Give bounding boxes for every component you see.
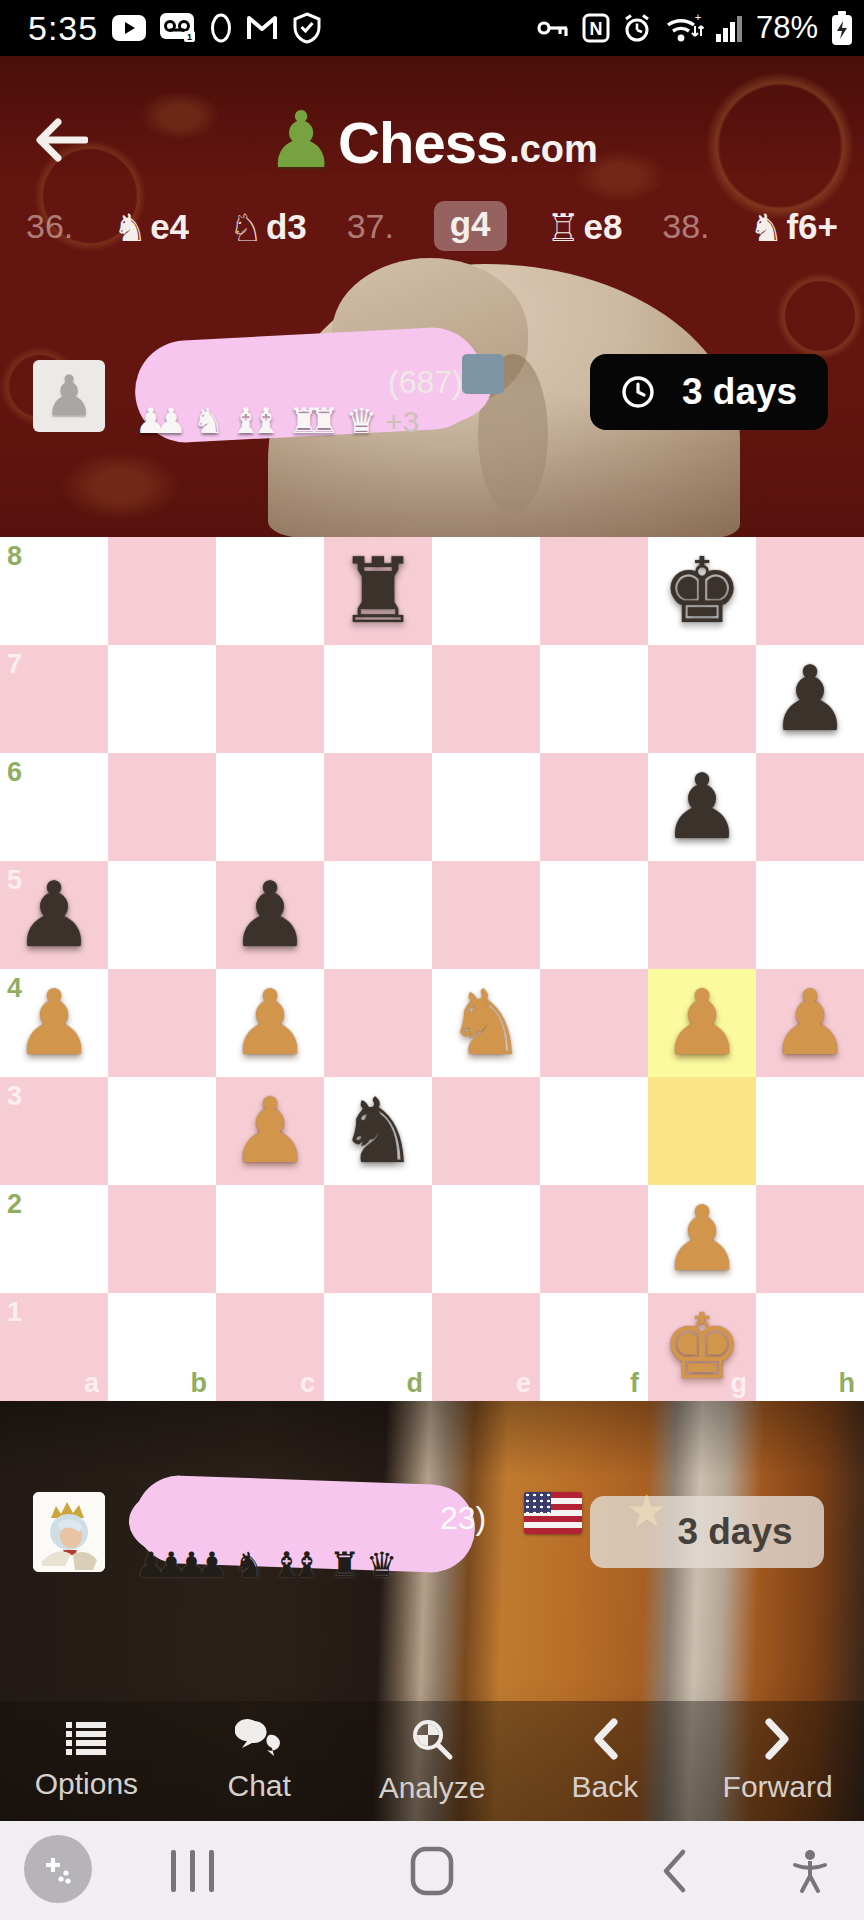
analyze-magnifier-icon xyxy=(410,1717,454,1761)
bottom-player-avatar[interactable] xyxy=(33,1492,105,1572)
square-c5[interactable]: ♟ xyxy=(216,861,324,969)
android-back-button[interactable] xyxy=(634,1821,714,1920)
move-f6check[interactable]: ♞f6+ xyxy=(749,204,838,248)
figurine-icon: ♞ xyxy=(113,206,147,250)
wifi-icon: + xyxy=(664,12,704,44)
square-h7[interactable]: ♟ xyxy=(756,645,864,753)
figurine-icon: ♞ xyxy=(749,206,783,250)
square-a8[interactable]: 8 xyxy=(0,537,108,645)
file-label-h: h xyxy=(839,1368,856,1399)
square-e4[interactable]: ♞ xyxy=(432,969,540,1077)
square-a6[interactable]: 6 xyxy=(0,753,108,861)
square-b2[interactable] xyxy=(108,1185,216,1293)
anime-avatar-image xyxy=(33,1492,105,1572)
black-king: ♚ xyxy=(648,537,756,645)
square-g6[interactable]: ♟ xyxy=(648,753,756,861)
square-h2[interactable] xyxy=(756,1185,864,1293)
square-h1[interactable]: h xyxy=(756,1293,864,1401)
bottom-player-time-remaining: 3 days xyxy=(677,1511,792,1553)
black-knight: ♞ xyxy=(324,1077,432,1185)
square-c2[interactable] xyxy=(216,1185,324,1293)
square-c3[interactable]: ♟ xyxy=(216,1077,324,1185)
square-g3[interactable] xyxy=(648,1077,756,1185)
square-a4[interactable]: 4♟ xyxy=(0,969,108,1077)
square-h8[interactable] xyxy=(756,537,864,645)
file-label-a: a xyxy=(84,1368,99,1399)
chat-bubbles-icon xyxy=(235,1719,283,1759)
square-a1[interactable]: 1a xyxy=(0,1293,108,1401)
rank-label-2: 2 xyxy=(7,1189,22,1220)
top-player-rating: (687) xyxy=(388,364,463,401)
logo-suffix: .com xyxy=(509,128,598,171)
voicemail-notification-icon: 1 xyxy=(160,13,196,43)
white-pawn: ♟ xyxy=(216,969,324,1077)
chess-board: 8♜♚7♟6♟5♟♟4♟♟♞♟♟3♟♞2♟1abcdefg♚h xyxy=(0,537,864,1401)
recent-apps-button[interactable] xyxy=(152,1821,232,1920)
square-d2[interactable] xyxy=(324,1185,432,1293)
forward-move-button[interactable]: Forward xyxy=(691,1701,864,1821)
square-h3[interactable] xyxy=(756,1077,864,1185)
square-e6[interactable] xyxy=(432,753,540,861)
file-label-f: f xyxy=(630,1368,639,1399)
square-e7[interactable] xyxy=(432,645,540,753)
top-player-flag xyxy=(462,354,504,394)
square-e5[interactable] xyxy=(432,861,540,969)
us-flag-icon xyxy=(524,1492,582,1534)
white-pawn: ♟ xyxy=(648,1185,756,1293)
figurine-icon: ♘ xyxy=(229,206,263,250)
file-label-d: d xyxy=(407,1368,424,1399)
move-d3[interactable]: ♘d3 xyxy=(229,204,307,248)
captured-piece-group: ♞ xyxy=(234,1548,265,1583)
captured-piece-group: ♟♟♟♟ xyxy=(135,1548,228,1583)
square-c7[interactable] xyxy=(216,645,324,753)
default-pawn-avatar-icon: ♟ xyxy=(44,368,94,424)
chess-app-screen: 5:35 1 N xyxy=(0,0,864,1920)
file-label-c: c xyxy=(300,1368,315,1399)
square-a5[interactable]: 5♟ xyxy=(0,861,108,969)
move-e8[interactable]: ♖e8 xyxy=(546,204,622,248)
square-d8[interactable]: ♜ xyxy=(324,537,432,645)
white-king: ♚ xyxy=(648,1293,756,1401)
captured-piece-group: ♝♝ xyxy=(271,1548,323,1583)
forward-label: Forward xyxy=(723,1770,833,1804)
white-pawn: ♟ xyxy=(216,1077,324,1185)
options-label: Options xyxy=(35,1767,138,1801)
square-g5[interactable] xyxy=(648,861,756,969)
captured-piece-group: ♛ xyxy=(346,404,377,439)
captured-piece-group: ♝♝ xyxy=(230,404,282,439)
square-e1[interactable]: e xyxy=(432,1293,540,1401)
rank-label-3: 3 xyxy=(7,1081,22,1112)
white-knight: ♞ xyxy=(432,969,540,1077)
square-f1[interactable]: f xyxy=(540,1293,648,1401)
analyze-button[interactable]: Analyze xyxy=(346,1701,519,1821)
square-a2[interactable]: 2 xyxy=(0,1185,108,1293)
signal-strength-icon xyxy=(716,13,744,43)
gmail-notification-icon xyxy=(246,14,278,42)
white-pawn: ♟ xyxy=(0,969,108,1077)
android-navigation-bar xyxy=(0,1821,864,1920)
rank-label-7: 7 xyxy=(7,649,22,680)
rank-label-8: 8 xyxy=(7,541,22,572)
square-f7[interactable] xyxy=(540,645,648,753)
square-f8[interactable] xyxy=(540,537,648,645)
captured-piece-group: ♜♜ xyxy=(288,404,340,439)
square-g2[interactable]: ♟ xyxy=(648,1185,756,1293)
chesscom-logo: ♟ Chess .com xyxy=(0,92,864,192)
square-g1[interactable]: g♚ xyxy=(648,1293,756,1401)
top-player-avatar[interactable]: ♟ xyxy=(33,360,105,432)
move-list: 36.♞e4♘d337.g4♖e838.♞f6+ xyxy=(0,196,864,256)
captured-piece-group: ♜ xyxy=(329,1548,360,1583)
square-f4[interactable] xyxy=(540,969,648,1077)
black-pawn: ♟ xyxy=(216,861,324,969)
black-pawn: ♟ xyxy=(648,753,756,861)
wallpaper-top: ♟ Chess .com 36.♞e4♘d337.g4♖e838.♞f6+ ♟ … xyxy=(0,56,864,537)
square-d6[interactable] xyxy=(324,753,432,861)
top-player-clock: 3 days xyxy=(590,354,828,430)
captured-piece-group: ♛ xyxy=(366,1548,397,1583)
chevron-left-icon xyxy=(590,1718,620,1760)
wallpaper-bottom: 23) ★ ♟♟♟♟♞♝♝♜♛ 3 days Options xyxy=(0,1401,864,1821)
home-button[interactable] xyxy=(392,1821,472,1920)
app-header: ♟ Chess .com xyxy=(0,92,864,192)
move-number: 37. xyxy=(347,207,394,246)
black-pawn: ♟ xyxy=(0,861,108,969)
square-e2[interactable] xyxy=(432,1185,540,1293)
square-d5[interactable] xyxy=(324,861,432,969)
move-g4[interactable]: g4 xyxy=(434,201,507,251)
rank-label-6: 6 xyxy=(7,757,22,788)
file-label-e: e xyxy=(516,1368,531,1399)
rank-label-1: 1 xyxy=(7,1297,22,1328)
svg-text:N: N xyxy=(589,19,602,39)
bottom-player-captured-pieces: ♟♟♟♟♞♝♝♜♛ xyxy=(135,1548,397,1583)
top-player-captured-pieces: ♟♟♞♝♝♜♜♛+3 xyxy=(135,404,419,439)
play-protect-shield-icon xyxy=(292,12,322,44)
square-f3[interactable] xyxy=(540,1077,648,1185)
status-bar: 5:35 1 N xyxy=(0,0,864,56)
youtube-notification-icon xyxy=(112,15,146,41)
key-icon xyxy=(536,15,570,41)
game-launcher-fab[interactable] xyxy=(24,1835,92,1903)
square-e8[interactable] xyxy=(432,537,540,645)
square-f6[interactable] xyxy=(540,753,648,861)
square-c8[interactable] xyxy=(216,537,324,645)
black-rook: ♜ xyxy=(324,537,432,645)
square-d7[interactable] xyxy=(324,645,432,753)
accessibility-button[interactable] xyxy=(770,1821,850,1920)
chevron-right-icon xyxy=(763,1718,793,1760)
square-g8[interactable]: ♚ xyxy=(648,537,756,645)
square-h4[interactable]: ♟ xyxy=(756,969,864,1077)
captured-piece-group: ♞ xyxy=(193,404,224,439)
svg-text:+: + xyxy=(695,12,701,23)
square-b7[interactable] xyxy=(108,645,216,753)
square-h6[interactable] xyxy=(756,753,864,861)
player-bottom-white: 23) ★ ♟♟♟♟♞♝♝♜♛ 3 days xyxy=(0,1488,864,1608)
battery-percentage: 78% xyxy=(756,10,818,46)
square-d1[interactable]: d xyxy=(324,1293,432,1401)
square-f5[interactable] xyxy=(540,861,648,969)
figurine-icon: ♖ xyxy=(546,206,580,250)
black-pawn: ♟ xyxy=(756,645,864,753)
chat-label: Chat xyxy=(228,1769,291,1803)
square-d3[interactable]: ♞ xyxy=(324,1077,432,1185)
square-g4[interactable]: ♟ xyxy=(648,969,756,1077)
back-label: Back xyxy=(571,1770,638,1804)
analyze-label: Analyze xyxy=(379,1771,486,1805)
square-b1[interactable]: b xyxy=(108,1293,216,1401)
material-advantage: +3 xyxy=(385,405,419,439)
chesscom-pawn-logo-icon: ♟ xyxy=(266,101,336,179)
square-b6[interactable] xyxy=(108,753,216,861)
captured-piece-group: ♟♟ xyxy=(135,404,187,439)
options-button[interactable]: Options xyxy=(0,1701,173,1821)
square-f2[interactable] xyxy=(540,1185,648,1293)
square-h5[interactable] xyxy=(756,861,864,969)
back-move-button[interactable]: Back xyxy=(518,1701,691,1821)
file-label-b: b xyxy=(191,1368,208,1399)
square-b5[interactable] xyxy=(108,861,216,969)
oval-app-icon xyxy=(210,13,232,43)
battery-icon xyxy=(830,10,854,46)
player-top-black: ♟ (687) ♟♟♞♝♝♜♜♛+3 3 days xyxy=(0,356,864,501)
square-d4[interactable] xyxy=(324,969,432,1077)
white-pawn: ♟ xyxy=(648,969,756,1077)
move-number: 36. xyxy=(26,207,73,246)
square-a7[interactable]: 7 xyxy=(0,645,108,753)
square-b4[interactable] xyxy=(108,969,216,1077)
logo-text: Chess xyxy=(338,109,507,176)
square-e3[interactable] xyxy=(432,1077,540,1185)
bottom-player-clock: 3 days xyxy=(590,1496,824,1568)
square-c1[interactable]: c xyxy=(216,1293,324,1401)
game-bottom-nav: Options Chat Analyze xyxy=(0,1701,864,1821)
square-b3[interactable] xyxy=(108,1077,216,1185)
clock-icon xyxy=(620,374,656,410)
square-a3[interactable]: 3 xyxy=(0,1077,108,1185)
move-e4[interactable]: ♞e4 xyxy=(113,204,189,248)
square-c4[interactable]: ♟ xyxy=(216,969,324,1077)
options-list-icon xyxy=(64,1721,108,1757)
square-c6[interactable] xyxy=(216,753,324,861)
alarm-clock-icon xyxy=(622,13,652,43)
svg-text:1: 1 xyxy=(187,32,192,42)
white-pawn: ♟ xyxy=(756,969,864,1077)
chat-button[interactable]: Chat xyxy=(173,1701,346,1821)
square-g7[interactable] xyxy=(648,645,756,753)
square-b8[interactable] xyxy=(108,537,216,645)
nfc-icon: N xyxy=(582,13,610,43)
top-player-time-remaining: 3 days xyxy=(682,371,797,413)
move-number: 38. xyxy=(662,207,709,246)
clock-time: 5:35 xyxy=(28,9,98,48)
bottom-player-rating-fragment: 23) xyxy=(440,1500,486,1537)
